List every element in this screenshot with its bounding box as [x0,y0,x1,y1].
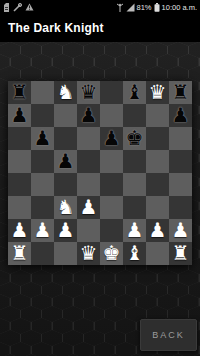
square-d1[interactable]: ♛ [77,242,100,265]
piece-black-rook: ♜ [8,81,31,104]
piece-black-queen: ♛ [77,81,100,104]
square-c1[interactable] [54,242,77,265]
square-f2[interactable]: ♟ [123,219,146,242]
square-f7[interactable] [123,104,146,127]
title-bar: The Dark Knight [0,14,200,42]
piece-white-pawn: ♟ [54,219,77,242]
clock: 10:00 a.m. [162,3,197,12]
wrench-icon [13,3,22,12]
square-h2[interactable]: ♟ [169,219,192,242]
piece-white-knight: ♞ [54,81,77,104]
square-b2[interactable]: ♟ [31,219,54,242]
square-h5[interactable] [169,150,192,173]
battery-percent: 81% [137,3,152,12]
square-e6[interactable]: ♟ [100,127,123,150]
square-a3[interactable] [8,196,31,219]
square-d2[interactable] [77,219,100,242]
piece-white-rook: ♜ [169,242,192,265]
piece-white-pawn: ♟ [169,219,192,242]
square-a1[interactable]: ♜ [8,242,31,265]
status-bar: 81% 10:00 a.m. [0,0,200,14]
square-d5[interactable] [77,150,100,173]
square-d7[interactable]: ♟ [77,104,100,127]
square-d6[interactable] [77,127,100,150]
piece-black-pawn: ♟ [100,127,123,150]
piece-black-pawn: ♟ [8,104,31,127]
piece-black-pawn: ♟ [31,127,54,150]
chess-board: ♜♞♛♝♛♜♟♟♟♟♟♚♟♞♟♟♟♟♟♟♟♜♛♚♝♜ [8,81,192,265]
square-f5[interactable] [123,150,146,173]
sim-card-icon [3,3,10,12]
square-e7[interactable] [100,104,123,127]
square-c2[interactable]: ♟ [54,219,77,242]
page-title: The Dark Knight [0,21,104,35]
square-e2[interactable] [100,219,123,242]
square-e4[interactable] [100,173,123,196]
square-d4[interactable] [77,173,100,196]
square-e3[interactable] [100,196,123,219]
status-left-icons [0,3,116,12]
square-f3[interactable] [123,196,146,219]
square-h4[interactable] [169,173,192,196]
piece-white-knight: ♞ [54,196,77,219]
square-a4[interactable] [8,173,31,196]
square-b5[interactable] [31,150,54,173]
square-f8[interactable]: ♝ [123,81,146,104]
square-c4[interactable] [54,173,77,196]
square-b1[interactable] [31,242,54,265]
square-h7[interactable]: ♟ [169,104,192,127]
square-b7[interactable] [31,104,54,127]
square-g5[interactable] [146,150,169,173]
piece-white-queen: ♛ [77,242,100,265]
square-f1[interactable]: ♝ [123,242,146,265]
square-c6[interactable] [54,127,77,150]
square-b4[interactable] [31,173,54,196]
status-right: 81% 10:00 a.m. [116,3,200,12]
battery-icon [154,3,160,12]
square-f4[interactable] [123,173,146,196]
square-h8[interactable]: ♜ [169,81,192,104]
piece-white-pawn: ♟ [77,196,100,219]
square-e1[interactable]: ♚ [100,242,123,265]
piece-black-rook: ♜ [169,81,192,104]
piece-white-queen: ♛ [146,81,169,104]
square-c5[interactable]: ♟ [54,150,77,173]
square-d8[interactable]: ♛ [77,81,100,104]
square-g8[interactable]: ♛ [146,81,169,104]
square-h1[interactable]: ♜ [169,242,192,265]
piece-white-pawn: ♟ [8,219,31,242]
square-g7[interactable] [146,104,169,127]
square-c3[interactable]: ♞ [54,196,77,219]
square-g2[interactable]: ♟ [146,219,169,242]
piece-white-pawn: ♟ [123,219,146,242]
square-h6[interactable] [169,127,192,150]
square-a6[interactable] [8,127,31,150]
piece-white-king: ♚ [100,242,123,265]
square-g1[interactable] [146,242,169,265]
square-e5[interactable] [100,150,123,173]
square-b6[interactable]: ♟ [31,127,54,150]
square-g3[interactable] [146,196,169,219]
square-b3[interactable] [31,196,54,219]
square-a7[interactable]: ♟ [8,104,31,127]
piece-black-king: ♚ [123,127,146,150]
piece-black-pawn: ♟ [169,104,192,127]
square-a5[interactable] [8,150,31,173]
back-button[interactable]: BACK [140,319,197,351]
piece-black-pawn: ♟ [54,150,77,173]
piece-black-pawn: ♟ [77,104,100,127]
square-f6[interactable]: ♚ [123,127,146,150]
warning-triangle-icon [25,3,34,11]
signal-strength-icon [126,3,135,12]
piece-white-rook: ♜ [8,242,31,265]
square-c7[interactable] [54,104,77,127]
square-a8[interactable]: ♜ [8,81,31,104]
square-h3[interactable] [169,196,192,219]
piece-white-bishop: ♝ [123,242,146,265]
square-b8[interactable] [31,81,54,104]
square-c8[interactable]: ♞ [54,81,77,104]
piece-black-bishop: ♝ [123,81,146,104]
antenna-icon [116,3,124,12]
square-a2[interactable]: ♟ [8,219,31,242]
square-g6[interactable] [146,127,169,150]
square-e8[interactable] [100,81,123,104]
app-screen: 81% 10:00 a.m. The Dark Knight ♜♞♛♝♛♜♟♟♟… [0,0,200,356]
square-g4[interactable] [146,173,169,196]
piece-white-pawn: ♟ [31,219,54,242]
piece-white-pawn: ♟ [146,219,169,242]
square-d3[interactable]: ♟ [77,196,100,219]
